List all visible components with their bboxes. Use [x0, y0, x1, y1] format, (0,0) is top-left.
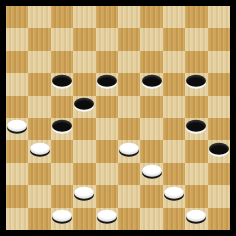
square-blocked: [96, 51, 118, 73]
square-32[interactable]: [73, 140, 95, 162]
square-blocked: [140, 6, 162, 28]
square-blocked: [96, 6, 118, 28]
black-man[interactable]: [186, 120, 206, 132]
square-blocked: [208, 208, 230, 230]
square-22[interactable]: [73, 96, 95, 118]
square-blocked: [185, 185, 207, 207]
square-blocked: [96, 96, 118, 118]
square-blocked: [73, 118, 95, 140]
square-30[interactable]: [185, 118, 207, 140]
square-18[interactable]: [96, 73, 118, 95]
square-blocked: [118, 118, 140, 140]
square-blocked: [73, 208, 95, 230]
black-man[interactable]: [209, 142, 229, 154]
white-man[interactable]: [164, 187, 184, 199]
square-blocked: [28, 208, 50, 230]
square-27[interactable]: [51, 118, 73, 140]
square-2[interactable]: [73, 6, 95, 28]
square-blocked: [28, 118, 50, 140]
square-33[interactable]: [118, 140, 140, 162]
square-blocked: [140, 96, 162, 118]
square-7[interactable]: [51, 28, 73, 50]
square-blocked: [163, 28, 185, 50]
square-44[interactable]: [163, 185, 185, 207]
square-4[interactable]: [163, 6, 185, 28]
square-39[interactable]: [140, 163, 162, 185]
black-man[interactable]: [52, 120, 72, 132]
square-43[interactable]: [118, 185, 140, 207]
square-blocked: [185, 140, 207, 162]
square-35[interactable]: [208, 140, 230, 162]
black-man[interactable]: [142, 75, 162, 87]
square-blocked: [6, 185, 28, 207]
square-29[interactable]: [140, 118, 162, 140]
square-37[interactable]: [51, 163, 73, 185]
square-blocked: [73, 163, 95, 185]
checkers-board: [6, 6, 230, 230]
square-blocked: [96, 140, 118, 162]
square-blocked: [140, 51, 162, 73]
square-28[interactable]: [96, 118, 118, 140]
square-31[interactable]: [28, 140, 50, 162]
square-6[interactable]: [6, 28, 28, 50]
square-12[interactable]: [73, 51, 95, 73]
square-blocked: [28, 163, 50, 185]
white-man[interactable]: [97, 209, 117, 221]
square-24[interactable]: [163, 96, 185, 118]
black-man[interactable]: [74, 97, 94, 109]
square-blocked: [140, 185, 162, 207]
square-blocked: [140, 140, 162, 162]
square-blocked: [73, 73, 95, 95]
square-11[interactable]: [28, 51, 50, 73]
square-blocked: [185, 96, 207, 118]
square-48[interactable]: [96, 208, 118, 230]
black-man[interactable]: [186, 75, 206, 87]
square-42[interactable]: [73, 185, 95, 207]
square-blocked: [118, 163, 140, 185]
square-34[interactable]: [163, 140, 185, 162]
square-blocked: [28, 73, 50, 95]
square-blocked: [185, 51, 207, 73]
square-blocked: [118, 73, 140, 95]
square-16[interactable]: [6, 73, 28, 95]
square-blocked: [208, 73, 230, 95]
square-20[interactable]: [185, 73, 207, 95]
square-blocked: [6, 140, 28, 162]
square-9[interactable]: [140, 28, 162, 50]
square-blocked: [208, 28, 230, 50]
black-man[interactable]: [52, 75, 72, 87]
white-man[interactable]: [119, 142, 139, 154]
white-man[interactable]: [7, 120, 27, 132]
square-blocked: [96, 185, 118, 207]
square-blocked: [163, 163, 185, 185]
square-26[interactable]: [6, 118, 28, 140]
square-19[interactable]: [140, 73, 162, 95]
square-5[interactable]: [208, 6, 230, 28]
square-blocked: [118, 208, 140, 230]
square-46[interactable]: [6, 208, 28, 230]
square-blocked: [51, 96, 73, 118]
square-blocked: [6, 96, 28, 118]
square-45[interactable]: [208, 185, 230, 207]
white-man[interactable]: [142, 165, 162, 177]
square-25[interactable]: [208, 96, 230, 118]
square-13[interactable]: [118, 51, 140, 73]
square-14[interactable]: [163, 51, 185, 73]
square-blocked: [51, 6, 73, 28]
square-15[interactable]: [208, 51, 230, 73]
white-man[interactable]: [52, 209, 72, 221]
white-man[interactable]: [186, 209, 206, 221]
square-blocked: [208, 118, 230, 140]
white-man[interactable]: [74, 187, 94, 199]
square-blocked: [118, 28, 140, 50]
square-blocked: [163, 118, 185, 140]
square-36[interactable]: [6, 163, 28, 185]
square-23[interactable]: [118, 96, 140, 118]
square-8[interactable]: [96, 28, 118, 50]
board-frame: [0, 0, 236, 236]
square-blocked: [163, 73, 185, 95]
black-man[interactable]: [97, 75, 117, 87]
square-blocked: [28, 28, 50, 50]
square-blocked: [51, 140, 73, 162]
white-man[interactable]: [30, 142, 50, 154]
square-blocked: [51, 51, 73, 73]
square-17[interactable]: [51, 73, 73, 95]
square-40[interactable]: [185, 163, 207, 185]
square-blocked: [73, 28, 95, 50]
square-47[interactable]: [51, 208, 73, 230]
square-10[interactable]: [185, 28, 207, 50]
square-21[interactable]: [28, 96, 50, 118]
square-blocked: [51, 185, 73, 207]
square-1[interactable]: [28, 6, 50, 28]
square-49[interactable]: [140, 208, 162, 230]
square-blocked: [163, 208, 185, 230]
square-blocked: [6, 51, 28, 73]
square-38[interactable]: [96, 163, 118, 185]
square-50[interactable]: [185, 208, 207, 230]
square-blocked: [208, 163, 230, 185]
square-41[interactable]: [28, 185, 50, 207]
square-3[interactable]: [118, 6, 140, 28]
square-blocked: [185, 6, 207, 28]
square-blocked: [6, 6, 28, 28]
